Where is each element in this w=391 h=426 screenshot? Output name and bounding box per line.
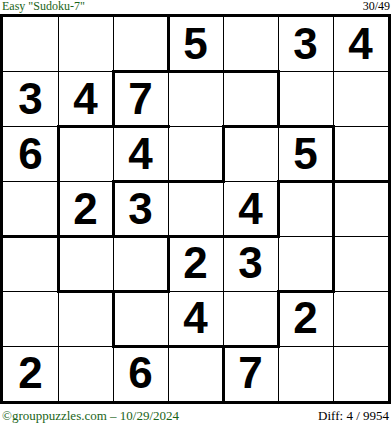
cell-r3c7[interactable] [333,127,388,182]
cell-r4c4[interactable] [168,182,223,237]
cell-r1c2[interactable] [58,17,113,72]
cell-r1c4: 5 [168,17,223,72]
cell-r3c1: 6 [3,127,58,182]
cell-r5c5: 3 [223,236,278,291]
cell-r5c7[interactable] [333,236,388,291]
cell-r7c4[interactable] [168,346,223,401]
cell-r6c2[interactable] [58,291,113,346]
cell-r4c2: 2 [58,182,113,237]
cell-r3c3: 4 [113,127,168,182]
page-counter: 30/49 [363,0,390,13]
puzzle-page: Easy "Sudoku-7" 30/49 534347645234234226… [0,0,391,426]
cell-r7c1: 2 [3,346,58,401]
cell-r4c3: 3 [113,182,168,237]
page-header: Easy "Sudoku-7" 30/49 [0,0,391,14]
cell-r3c2[interactable] [58,127,113,182]
cell-r2c6[interactable] [278,72,333,127]
puzzle-title: Easy "Sudoku-7" [2,0,85,13]
cell-r7c5: 7 [223,346,278,401]
cell-r4c7[interactable] [333,182,388,237]
cell-r7c7[interactable] [333,346,388,401]
sudoku-board: 5343476452342342267 [0,14,391,404]
cell-r6c3[interactable] [113,291,168,346]
cell-r6c1[interactable] [3,291,58,346]
cell-r7c6[interactable] [278,346,333,401]
cell-r3c6: 5 [278,127,333,182]
cell-r4c1[interactable] [3,182,58,237]
cell-r3c5[interactable] [223,127,278,182]
cell-r2c3: 7 [113,72,168,127]
cell-r5c3[interactable] [113,236,168,291]
cell-r1c6: 3 [278,17,333,72]
cell-r1c7: 4 [333,17,388,72]
cell-r5c6[interactable] [278,236,333,291]
cell-r1c1[interactable] [3,17,58,72]
cell-r1c3[interactable] [113,17,168,72]
cell-r2c7[interactable] [333,72,388,127]
cell-r5c1[interactable] [3,236,58,291]
cell-r7c2[interactable] [58,346,113,401]
cell-r2c1: 3 [3,72,58,127]
page-footer: ©grouppuzzles.com – 10/29/2024 Diff: 4 /… [0,404,391,426]
cell-r5c4: 2 [168,236,223,291]
cell-r2c4[interactable] [168,72,223,127]
difficulty-text: Diff: 4 / 9954 [318,408,389,423]
cell-r6c4: 4 [168,291,223,346]
cell-r4c5: 4 [223,182,278,237]
cell-r6c5[interactable] [223,291,278,346]
cell-r2c5[interactable] [223,72,278,127]
cell-r5c2[interactable] [58,236,113,291]
cell-r6c6: 2 [278,291,333,346]
cell-r2c2: 4 [58,72,113,127]
cell-r1c5[interactable] [223,17,278,72]
cell-r7c3: 6 [113,346,168,401]
cell-r3c4[interactable] [168,127,223,182]
copyright-text: ©grouppuzzles.com – 10/29/2024 [2,408,179,423]
cell-r4c6[interactable] [278,182,333,237]
cell-r6c7[interactable] [333,291,388,346]
